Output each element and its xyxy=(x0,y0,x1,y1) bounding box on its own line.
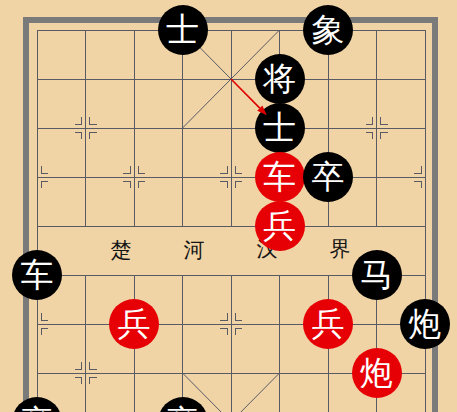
river-label: 河 xyxy=(184,236,205,264)
piece-black-cannon[interactable]: 炮 xyxy=(400,299,450,349)
river-label: 界 xyxy=(330,235,351,263)
river-label: 楚 xyxy=(111,236,132,264)
piece-red-soldier[interactable]: 兵 xyxy=(255,201,305,251)
piece-black-horse[interactable]: 马 xyxy=(352,250,402,300)
xiangqi-board: 楚 河 汉 界 士象将士车卒兵车马兵兵炮炮卒卒 xyxy=(0,0,457,412)
piece-red-soldier[interactable]: 兵 xyxy=(109,299,159,349)
piece-black-elephant[interactable]: 象 xyxy=(303,5,353,55)
piece-black-chariot[interactable]: 车 xyxy=(12,250,62,300)
piece-black-advisor[interactable]: 士 xyxy=(255,103,305,153)
piece-red-soldier[interactable]: 兵 xyxy=(303,299,353,349)
piece-black-soldier[interactable]: 卒 xyxy=(303,152,353,202)
piece-red-chariot[interactable]: 车 xyxy=(255,152,305,202)
piece-red-cannon[interactable]: 炮 xyxy=(352,348,402,398)
piece-black-general[interactable]: 将 xyxy=(255,54,305,104)
piece-black-advisor[interactable]: 士 xyxy=(158,5,208,55)
